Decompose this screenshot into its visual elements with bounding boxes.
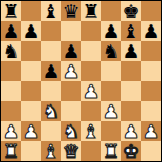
square-h7[interactable]: ♟ <box>141 21 161 41</box>
piece-white-rook: ♜ <box>102 141 119 161</box>
square-a1[interactable]: ♜ <box>1 141 21 161</box>
square-g4[interactable] <box>121 81 141 101</box>
square-h8[interactable] <box>141 1 161 21</box>
square-c7[interactable] <box>41 21 61 41</box>
square-b3[interactable] <box>21 101 41 121</box>
square-g7[interactable]: ♝ <box>121 21 141 41</box>
square-e4[interactable]: ♟ <box>81 81 101 101</box>
square-d8[interactable]: ♛ <box>61 1 81 21</box>
square-c3[interactable]: ♞ <box>41 101 61 121</box>
square-g8[interactable]: ♚ <box>121 1 141 21</box>
square-d6[interactable]: ♟ <box>61 41 81 61</box>
piece-black-pawn: ♟ <box>2 21 19 41</box>
square-e6[interactable] <box>81 41 101 61</box>
piece-black-pawn: ♟ <box>22 21 39 41</box>
square-e1[interactable] <box>81 141 101 161</box>
square-h2[interactable]: ♟ <box>141 121 161 141</box>
piece-white-knight: ♞ <box>42 101 59 121</box>
square-c2[interactable] <box>41 121 61 141</box>
square-d1[interactable]: ♛ <box>61 141 81 161</box>
square-g6[interactable]: ♟ <box>121 41 141 61</box>
square-f4[interactable] <box>101 81 121 101</box>
square-d7[interactable] <box>61 21 81 41</box>
square-f5[interactable] <box>101 61 121 81</box>
square-b2[interactable]: ♟ <box>21 121 41 141</box>
square-e5[interactable] <box>81 61 101 81</box>
piece-white-pawn: ♟ <box>62 61 79 81</box>
square-d4[interactable] <box>61 81 81 101</box>
square-f8[interactable] <box>101 1 121 21</box>
square-d2[interactable]: ♞ <box>61 121 81 141</box>
square-f1[interactable]: ♜ <box>101 141 121 161</box>
square-h5[interactable] <box>141 61 161 81</box>
square-a3[interactable] <box>1 101 21 121</box>
piece-black-pawn: ♟ <box>62 41 79 61</box>
square-f2[interactable] <box>101 121 121 141</box>
square-f7[interactable]: ♟ <box>101 21 121 41</box>
square-c5[interactable]: ♟ <box>41 61 61 81</box>
square-a5[interactable] <box>1 61 21 81</box>
piece-white-pawn: ♟ <box>142 121 159 141</box>
square-c8[interactable]: ♝ <box>41 1 61 21</box>
square-c4[interactable] <box>41 81 61 101</box>
piece-white-knight: ♞ <box>62 121 79 141</box>
piece-white-king: ♚ <box>122 141 139 161</box>
piece-white-pawn: ♟ <box>122 121 139 141</box>
square-a6[interactable]: ♞ <box>1 41 21 61</box>
square-d3[interactable] <box>61 101 81 121</box>
square-f6[interactable]: ♞ <box>101 41 121 61</box>
piece-white-bishop: ♝ <box>82 121 99 141</box>
square-e8[interactable]: ♜ <box>81 1 101 21</box>
piece-black-knight: ♞ <box>102 41 119 61</box>
square-b7[interactable]: ♟ <box>21 21 41 41</box>
square-g3[interactable] <box>121 101 141 121</box>
square-e7[interactable] <box>81 21 101 41</box>
piece-white-pawn: ♟ <box>82 81 99 101</box>
piece-black-rook: ♜ <box>82 1 99 21</box>
piece-black-king: ♚ <box>122 1 139 21</box>
square-d5[interactable]: ♟ <box>61 61 81 81</box>
square-a2[interactable]: ♟ <box>1 121 21 141</box>
square-a8[interactable]: ♜ <box>1 1 21 21</box>
piece-black-bishop: ♝ <box>42 1 59 21</box>
square-g5[interactable] <box>121 61 141 81</box>
square-e2[interactable]: ♝ <box>81 121 101 141</box>
square-h4[interactable] <box>141 81 161 101</box>
piece-black-pawn: ♟ <box>142 21 159 41</box>
piece-black-pawn: ♟ <box>102 21 119 41</box>
piece-black-pawn: ♟ <box>42 61 59 81</box>
piece-white-rook: ♜ <box>2 141 19 161</box>
piece-white-bishop: ♝ <box>42 141 59 161</box>
square-b1[interactable] <box>21 141 41 161</box>
square-h1[interactable] <box>141 141 161 161</box>
square-g2[interactable]: ♟ <box>121 121 141 141</box>
square-c6[interactable] <box>41 41 61 61</box>
square-h3[interactable] <box>141 101 161 121</box>
square-b4[interactable] <box>21 81 41 101</box>
square-f3[interactable]: ♟ <box>101 101 121 121</box>
square-g1[interactable]: ♚ <box>121 141 141 161</box>
square-h6[interactable] <box>141 41 161 61</box>
square-a4[interactable] <box>1 81 21 101</box>
piece-white-pawn: ♟ <box>22 121 39 141</box>
piece-white-pawn: ♟ <box>102 101 119 121</box>
piece-white-queen: ♛ <box>62 141 79 161</box>
piece-black-knight: ♞ <box>2 41 19 61</box>
chess-board-frame: ♜♝♛♜♚♟♟♟♝♟♞♟♞♟♟♟♟♞♟♟♟♞♝♟♟♜♝♛♜♚ <box>0 0 162 162</box>
square-e3[interactable] <box>81 101 101 121</box>
square-b5[interactable] <box>21 61 41 81</box>
square-c1[interactable]: ♝ <box>41 141 61 161</box>
square-b6[interactable] <box>21 41 41 61</box>
chess-board: ♜♝♛♜♚♟♟♟♝♟♞♟♞♟♟♟♟♞♟♟♟♞♝♟♟♜♝♛♜♚ <box>1 1 161 161</box>
piece-black-bishop: ♝ <box>122 21 139 41</box>
piece-black-pawn: ♟ <box>122 41 139 61</box>
piece-black-queen: ♛ <box>62 1 79 21</box>
square-b8[interactable] <box>21 1 41 21</box>
square-a7[interactable]: ♟ <box>1 21 21 41</box>
piece-black-rook: ♜ <box>2 1 19 21</box>
piece-white-pawn: ♟ <box>2 121 19 141</box>
